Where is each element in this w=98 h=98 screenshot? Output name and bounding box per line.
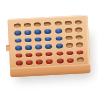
red-piece [46,59,53,64]
empty-hole [34,22,41,27]
red-piece [36,52,43,57]
red-piece [15,53,22,58]
red-piece [56,51,63,56]
blue-piece [14,38,21,43]
blue-piece [45,29,52,34]
red-piece [26,60,33,65]
empty-hole [75,27,82,32]
empty-hole [77,57,84,62]
empty-hole [54,21,61,26]
hole-grid [12,18,86,67]
blue-piece [55,28,62,33]
empty-hole [24,22,31,27]
red-piece [67,58,74,63]
blue-piece [14,30,21,35]
blue-piece [24,37,31,42]
blue-piece [45,36,52,41]
empty-hole [75,20,82,25]
board-cell-r6c7[interactable] [75,56,86,64]
blue-piece [35,44,42,49]
empty-hole [76,42,83,47]
blue-piece [25,45,32,50]
board-cell-r6c1[interactable] [14,59,25,67]
red-piece [36,59,43,64]
blue-piece [35,37,42,42]
red-piece [56,58,63,63]
blue-piece [34,29,41,34]
empty-hole [65,20,72,25]
blue-piece [15,45,22,50]
photo-scene [0,0,98,98]
red-piece [66,50,73,55]
empty-hole [66,43,73,48]
empty-hole [76,35,83,40]
empty-hole [65,28,72,33]
red-piece [77,50,84,55]
blue-piece [56,43,63,48]
board-cell-r6c3[interactable] [34,58,45,66]
connect-four-board [8,15,91,77]
board-cell-r6c4[interactable] [44,57,55,65]
empty-hole [66,35,73,40]
empty-hole [13,23,20,28]
board-cell-r6c6[interactable] [65,56,76,64]
blue-piece [24,30,31,35]
board-cell-r6c5[interactable] [55,57,66,65]
red-piece [15,60,22,65]
blue-piece [55,36,62,41]
board-cell-r6c2[interactable] [24,58,35,66]
red-piece [46,51,53,56]
empty-hole [44,21,51,26]
board-clasp [6,45,10,51]
red-piece [25,52,32,57]
blue-piece [45,44,52,49]
